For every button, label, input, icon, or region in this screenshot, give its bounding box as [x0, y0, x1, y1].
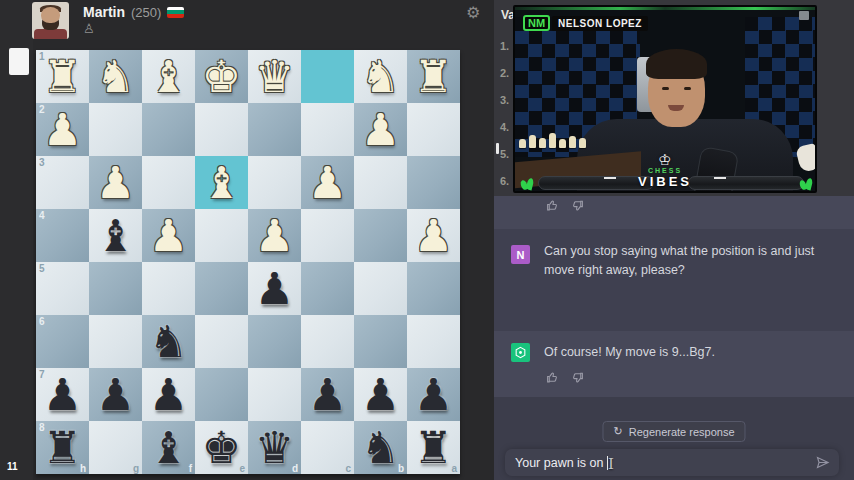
square-g1[interactable]: ♞ — [89, 50, 142, 103]
opponent-avatar[interactable] — [32, 2, 69, 39]
square-h4[interactable]: 4 — [36, 209, 89, 262]
nm-title-badge: NM — [523, 15, 550, 31]
rank-label-6: 6 — [39, 316, 45, 327]
settings-gear-icon[interactable]: ⚙ — [466, 3, 480, 22]
square-g7[interactable]: ♟ — [89, 368, 142, 421]
captured-pawn-icon: ♙ — [83, 22, 184, 35]
thumbs-down-icon[interactable] — [571, 371, 584, 384]
camera-icon — [799, 11, 809, 20]
square-a1[interactable]: ♜ — [407, 50, 460, 103]
square-b5[interactable] — [354, 262, 407, 315]
webcam-overlay: ▶ NM NELSON LOPEZ ♔ CHESS VIBES — [513, 5, 817, 193]
black-king-e8[interactable]: ♚ — [195, 421, 248, 474]
square-c2[interactable] — [301, 103, 354, 156]
square-b2[interactable]: ♟ — [354, 103, 407, 156]
square-d7[interactable] — [248, 368, 301, 421]
chat-input-field[interactable]: Your pawn is on — [505, 449, 839, 476]
chess-board: 1♜♞♝♚♛♞♜2♟♟3♟♝♟4♝♟♟♟5♟6♞7♟♟♟♟♟♟8h♜gf♝e♚d… — [36, 50, 460, 474]
rank-label-5: 5 — [39, 263, 45, 274]
square-a2[interactable] — [407, 103, 460, 156]
mini-chess-piece — [529, 135, 536, 148]
file-label-c: c — [345, 463, 351, 474]
regenerate-response-button[interactable]: ↻ Regenerate response — [602, 421, 745, 442]
chess-vibes-logo: ♔ CHESS VIBES — [620, 153, 710, 188]
square-d2[interactable] — [248, 103, 301, 156]
regenerate-icon: ↻ — [613, 425, 622, 438]
avatar-shirt — [34, 29, 67, 39]
black-queen-d8[interactable]: ♛ — [248, 421, 301, 474]
square-d3[interactable] — [248, 156, 301, 209]
square-h8[interactable]: 8h♜ — [36, 421, 89, 474]
square-h1[interactable]: 1♜ — [36, 50, 89, 103]
square-e4[interactable] — [195, 209, 248, 262]
square-f6[interactable]: ♞ — [142, 315, 195, 368]
square-h5[interactable]: 5 — [36, 262, 89, 315]
right-panel: Va 1.2.3.4.5.6. ▶ NM — [494, 0, 854, 480]
square-a3[interactable] — [407, 156, 460, 209]
white-pawn-g3[interactable]: ♟ — [89, 156, 142, 209]
text-caret — [607, 456, 609, 470]
white-queen-d1[interactable]: ♛ — [248, 50, 301, 103]
square-a5[interactable] — [407, 262, 460, 315]
black-rook-h8[interactable]: ♜ — [36, 421, 89, 474]
square-f8[interactable]: f♝ — [142, 421, 195, 474]
square-g8[interactable]: g — [89, 421, 142, 474]
streamer-head — [648, 53, 705, 127]
square-c3[interactable]: ♟ — [301, 156, 354, 209]
thumbs-up-icon[interactable] — [546, 371, 559, 384]
square-c8[interactable]: c — [301, 421, 354, 474]
square-e8[interactable]: e♚ — [195, 421, 248, 474]
square-f4[interactable]: ♟ — [142, 209, 195, 262]
black-pawn-d5[interactable]: ♟ — [248, 262, 301, 315]
streamer-eye — [684, 87, 691, 90]
black-bishop-g4[interactable]: ♝ — [89, 209, 142, 262]
user-message-text: Can you stop saying what the position is… — [544, 242, 826, 281]
avatar-face — [41, 7, 60, 23]
square-e3[interactable]: ♝ — [195, 156, 248, 209]
send-message-icon[interactable] — [815, 455, 830, 470]
square-f3[interactable] — [142, 156, 195, 209]
square-e2[interactable] — [195, 103, 248, 156]
assistant-message-row: Of course! My move is 9...Bg7. — [494, 331, 854, 397]
streamer-badge: NM NELSON LOPEZ — [523, 15, 648, 31]
square-b7[interactable]: ♟ — [354, 368, 407, 421]
thumbs-up-icon[interactable] — [546, 199, 559, 212]
square-g2[interactable] — [89, 103, 142, 156]
chat-input-area: ↻ Regenerate response Your pawn is on I — [494, 397, 854, 480]
square-g5[interactable] — [89, 262, 142, 315]
logo-dash — [714, 177, 726, 179]
chatgpt-logo-icon — [511, 343, 530, 362]
thumbs-down-icon[interactable] — [571, 199, 584, 212]
white-knight-g1[interactable]: ♞ — [89, 50, 142, 103]
rank-label-4: 4 — [39, 210, 45, 221]
video-chess-set — [519, 133, 586, 148]
streamer-eye — [662, 87, 669, 90]
square-d1[interactable]: ♛ — [248, 50, 301, 103]
square-e5[interactable] — [195, 262, 248, 315]
white-bishop-e3[interactable]: ♝ — [195, 156, 248, 209]
opponent-rating: (250) — [131, 5, 161, 20]
black-pawn-h7[interactable]: ♟ — [36, 368, 89, 421]
user-message-row: N Can you stop saying what the position … — [494, 229, 854, 331]
square-h6[interactable]: 6 — [36, 315, 89, 368]
square-f2[interactable] — [142, 103, 195, 156]
square-c6[interactable] — [301, 315, 354, 368]
square-h3[interactable]: 3 — [36, 156, 89, 209]
square-f5[interactable] — [142, 262, 195, 315]
white-rook-h1[interactable]: ♜ — [36, 50, 89, 103]
chat-input-value: Your pawn is on — [515, 456, 604, 470]
mini-chess-piece — [559, 139, 566, 148]
user-avatar: N — [511, 245, 530, 264]
streamer-mouth — [668, 105, 684, 111]
square-g4[interactable]: ♝ — [89, 209, 142, 262]
black-rook-a8[interactable]: ♜ — [407, 421, 460, 474]
square-d8[interactable]: d♛ — [248, 421, 301, 474]
winged-king-icon: ♔ — [620, 153, 710, 167]
logo-dash — [604, 177, 616, 179]
square-c5[interactable] — [301, 262, 354, 315]
bulgaria-flag-icon — [167, 7, 184, 18]
black-pawn-c7[interactable]: ♟ — [301, 368, 354, 421]
square-b3[interactable] — [354, 156, 407, 209]
square-e7[interactable] — [195, 368, 248, 421]
white-pawn-b2[interactable]: ♟ — [354, 103, 407, 156]
black-bishop-f8[interactable]: ♝ — [142, 421, 195, 474]
mini-chess-piece — [539, 138, 546, 148]
square-e6[interactable] — [195, 315, 248, 368]
eval-bar: 11 — [0, 0, 33, 480]
black-knight-f6[interactable]: ♞ — [142, 315, 195, 368]
square-g3[interactable]: ♟ — [89, 156, 142, 209]
streamer-hair — [646, 49, 707, 79]
white-pawn-f4[interactable]: ♟ — [142, 209, 195, 262]
logo-text-vibes: VIBES — [620, 175, 710, 188]
square-b4[interactable] — [354, 209, 407, 262]
white-knight-b1[interactable]: ♞ — [354, 50, 407, 103]
white-hand-shape — [795, 143, 817, 173]
app-window: 11 Martin (250) ♙ ⚙ 1♜♞♝♚♛♞♜2♟♟3♟♝♟4♝♟♟♟… — [0, 0, 854, 480]
scroll-tick — [496, 143, 499, 154]
square-h7[interactable]: 7♟ — [36, 368, 89, 421]
opponent-player-bar: Martin (250) ♙ — [32, 2, 184, 46]
plant-icon — [521, 175, 534, 191]
square-f1[interactable]: ♝ — [142, 50, 195, 103]
square-f7[interactable]: ♟ — [142, 368, 195, 421]
streamer-name-label: NELSON LOPEZ — [552, 16, 648, 31]
square-g6[interactable] — [89, 315, 142, 368]
square-d4[interactable]: ♟ — [248, 209, 301, 262]
mini-chess-piece — [519, 139, 526, 148]
square-c1[interactable] — [301, 50, 354, 103]
eval-score: 11 — [7, 461, 18, 472]
mini-chess-piece — [549, 133, 556, 148]
square-a4[interactable]: ♟ — [407, 209, 460, 262]
white-pawn-c3[interactable]: ♟ — [301, 156, 354, 209]
file-label-g: g — [133, 463, 139, 474]
white-bishop-f1[interactable]: ♝ — [142, 50, 195, 103]
black-pawn-f7[interactable]: ♟ — [142, 368, 195, 421]
white-king-e1[interactable]: ♚ — [195, 50, 248, 103]
eval-bar-white-section — [9, 48, 29, 75]
mini-chess-piece — [579, 138, 586, 148]
black-knight-b8[interactable]: ♞ — [354, 421, 407, 474]
square-d6[interactable] — [248, 315, 301, 368]
square-e1[interactable]: ♚ — [195, 50, 248, 103]
regenerate-label: Regenerate response — [629, 426, 735, 438]
square-a7[interactable]: ♟ — [407, 368, 460, 421]
black-pawn-a7[interactable]: ♟ — [407, 368, 460, 421]
square-a8[interactable]: a♜ — [407, 421, 460, 474]
square-b8[interactable]: b♞ — [354, 421, 407, 474]
white-pawn-h2[interactable]: ♟ — [36, 103, 89, 156]
square-c7[interactable]: ♟ — [301, 368, 354, 421]
black-pawn-g7[interactable]: ♟ — [89, 368, 142, 421]
previous-message-row — [494, 196, 854, 229]
mini-chess-piece — [569, 136, 576, 148]
assistant-message-text: Of course! My move is 9...Bg7. — [544, 343, 826, 362]
square-a6[interactable] — [407, 315, 460, 368]
rank-label-3: 3 — [39, 157, 45, 168]
square-c4[interactable] — [301, 209, 354, 262]
square-b6[interactable] — [354, 315, 407, 368]
chatgpt-panel: N Can you stop saying what the position … — [494, 196, 854, 480]
square-h2[interactable]: 2♟ — [36, 103, 89, 156]
opponent-name[interactable]: Martin — [83, 4, 125, 20]
white-pawn-a4[interactable]: ♟ — [407, 209, 460, 262]
plant-icon — [800, 175, 813, 191]
white-pawn-d4[interactable]: ♟ — [248, 209, 301, 262]
black-pawn-b7[interactable]: ♟ — [354, 368, 407, 421]
square-d5[interactable]: ♟ — [248, 262, 301, 315]
white-rook-a1[interactable]: ♜ — [407, 50, 460, 103]
square-b1[interactable]: ♞ — [354, 50, 407, 103]
